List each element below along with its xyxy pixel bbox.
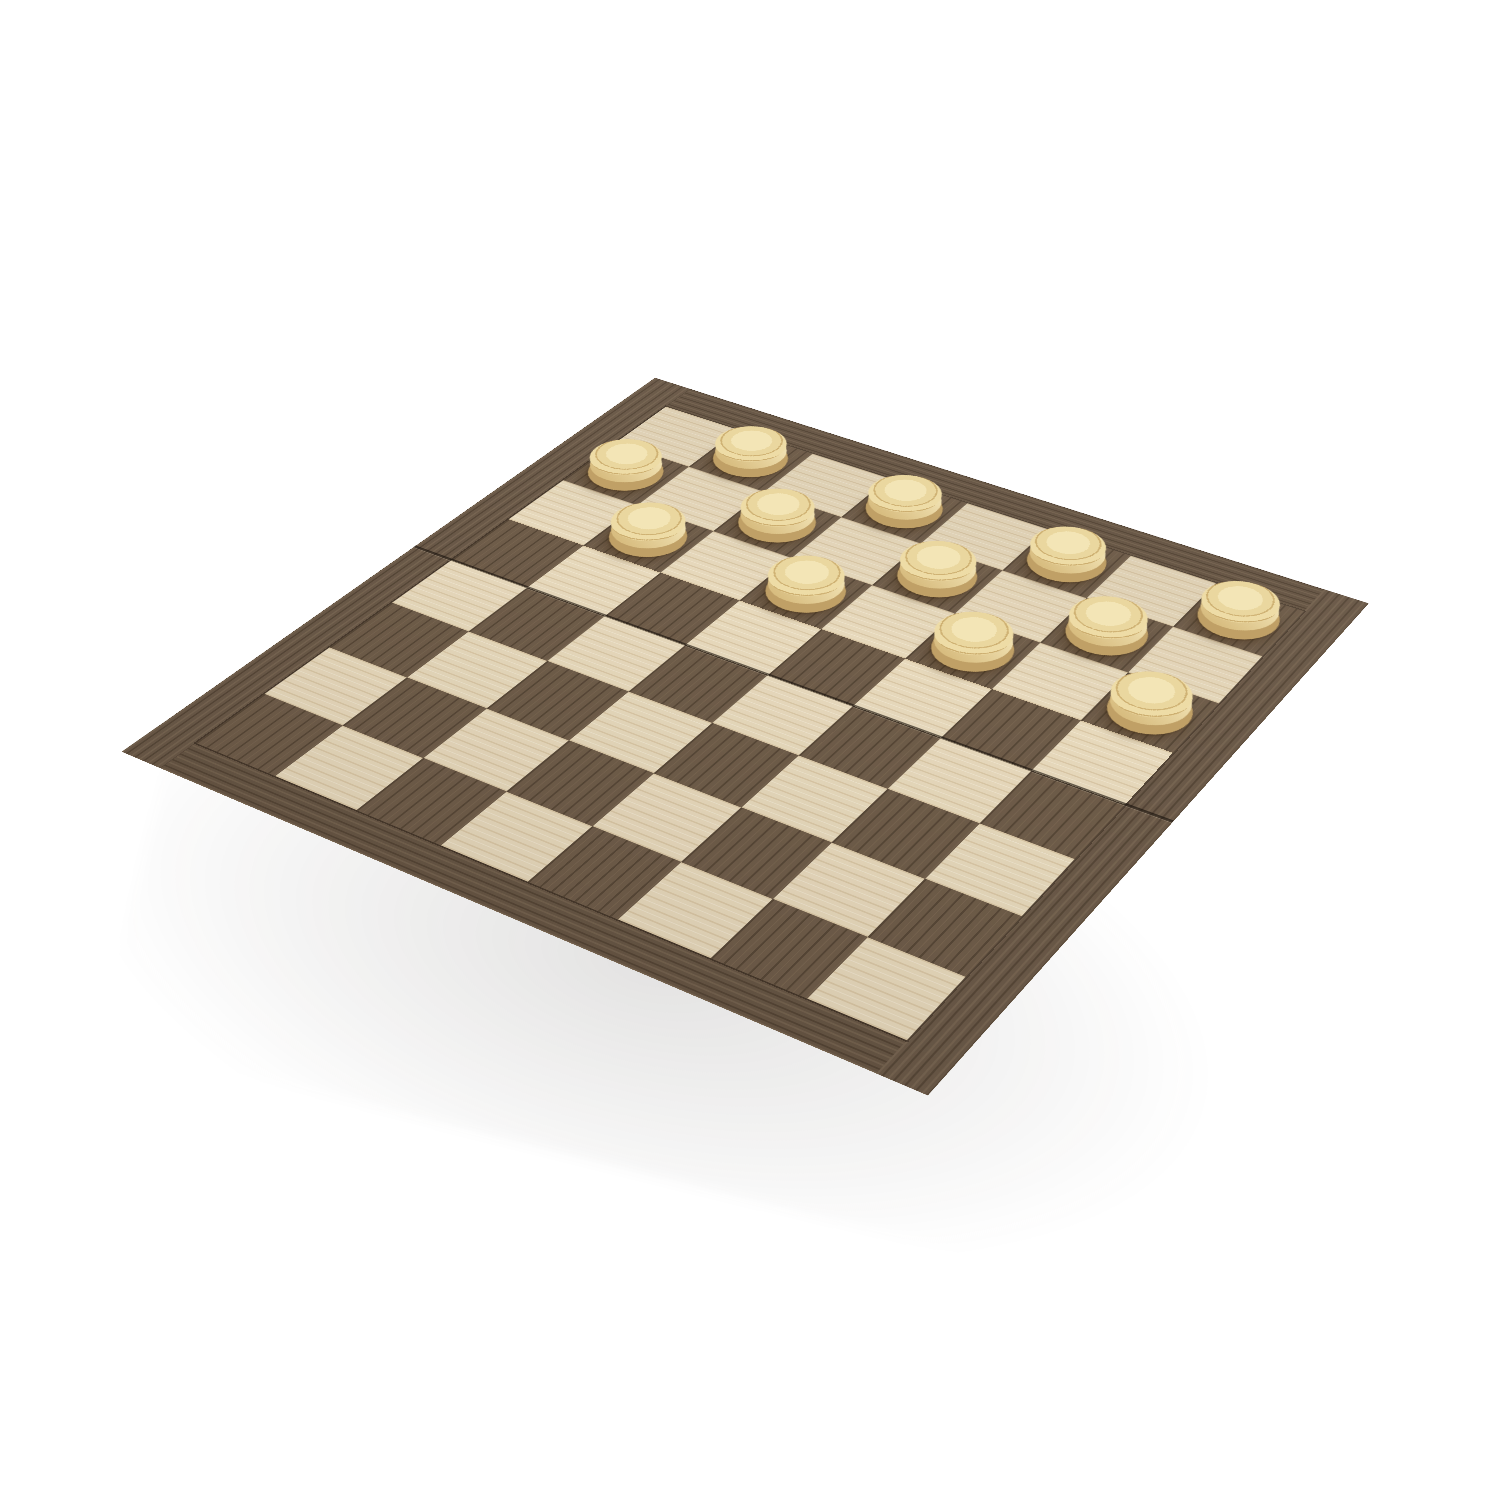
- dark-checker-r7c0: [196, 694, 343, 776]
- square-r5c0: [330, 603, 469, 678]
- dark-checker-r5c0: [330, 603, 469, 678]
- square-r7c0: [196, 694, 343, 776]
- product-photo-scene: [0, 0, 1500, 1500]
